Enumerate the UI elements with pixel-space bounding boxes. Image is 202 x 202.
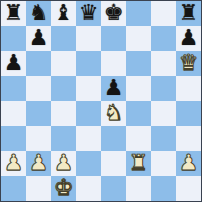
- square-d1[interactable]: [76, 176, 101, 201]
- square-a8[interactable]: ♜: [1, 1, 26, 26]
- square-h6[interactable]: ♛: [176, 51, 201, 76]
- square-a6[interactable]: ♟: [1, 51, 26, 76]
- square-f2[interactable]: ♜: [126, 151, 151, 176]
- square-c2[interactable]: ♟: [51, 151, 76, 176]
- square-h4[interactable]: [176, 101, 201, 126]
- square-e2[interactable]: [101, 151, 126, 176]
- square-b7[interactable]: ♟: [26, 26, 51, 51]
- square-h5[interactable]: [176, 76, 201, 101]
- square-f3[interactable]: [126, 126, 151, 151]
- square-g8[interactable]: [151, 1, 176, 26]
- square-f1[interactable]: [126, 176, 151, 201]
- square-g5[interactable]: [151, 76, 176, 101]
- piece-black-rook[interactable]: ♜: [179, 1, 199, 25]
- square-h3[interactable]: [176, 126, 201, 151]
- square-d8[interactable]: ♛: [76, 1, 101, 26]
- square-g6[interactable]: [151, 51, 176, 76]
- square-c7[interactable]: [51, 26, 76, 51]
- piece-black-pawn[interactable]: ♟: [104, 76, 124, 100]
- square-d4[interactable]: [76, 101, 101, 126]
- piece-black-pawn[interactable]: ♟: [4, 51, 24, 75]
- square-c8[interactable]: ♝: [51, 1, 76, 26]
- square-e6[interactable]: [101, 51, 126, 76]
- square-d2[interactable]: [76, 151, 101, 176]
- square-d7[interactable]: [76, 26, 101, 51]
- square-h2[interactable]: ♟: [176, 151, 201, 176]
- square-e4[interactable]: ♞: [101, 101, 126, 126]
- square-d6[interactable]: [76, 51, 101, 76]
- piece-black-knight[interactable]: ♞: [29, 1, 49, 25]
- square-f7[interactable]: [126, 26, 151, 51]
- square-d3[interactable]: [76, 126, 101, 151]
- square-f6[interactable]: [126, 51, 151, 76]
- chess-board: ♜♞♝♛♚♜♟♟♟♛♟♞♟♟♟♜♟♚: [1, 1, 201, 201]
- piece-white-king[interactable]: ♚: [54, 176, 74, 200]
- piece-black-king[interactable]: ♚: [104, 1, 124, 25]
- square-a4[interactable]: [1, 101, 26, 126]
- square-b4[interactable]: [26, 101, 51, 126]
- piece-white-queen[interactable]: ♛: [179, 51, 199, 75]
- square-b2[interactable]: ♟: [26, 151, 51, 176]
- piece-white-rook[interactable]: ♜: [129, 151, 149, 175]
- square-g3[interactable]: [151, 126, 176, 151]
- square-g2[interactable]: [151, 151, 176, 176]
- square-a1[interactable]: [1, 176, 26, 201]
- square-c1[interactable]: ♚: [51, 176, 76, 201]
- square-h7[interactable]: ♟: [176, 26, 201, 51]
- square-g4[interactable]: [151, 101, 176, 126]
- piece-white-pawn[interactable]: ♟: [179, 151, 199, 175]
- chess-board-frame: ♜♞♝♛♚♜♟♟♟♛♟♞♟♟♟♜♟♚: [0, 0, 202, 202]
- square-g7[interactable]: [151, 26, 176, 51]
- square-c4[interactable]: [51, 101, 76, 126]
- square-h1[interactable]: [176, 176, 201, 201]
- square-e1[interactable]: [101, 176, 126, 201]
- square-f5[interactable]: [126, 76, 151, 101]
- square-b6[interactable]: [26, 51, 51, 76]
- square-b5[interactable]: [26, 76, 51, 101]
- square-b1[interactable]: [26, 176, 51, 201]
- square-e3[interactable]: [101, 126, 126, 151]
- square-e7[interactable]: [101, 26, 126, 51]
- piece-black-pawn[interactable]: ♟: [179, 26, 199, 50]
- piece-black-rook[interactable]: ♜: [4, 1, 24, 25]
- square-e5[interactable]: ♟: [101, 76, 126, 101]
- piece-black-pawn[interactable]: ♟: [29, 26, 49, 50]
- square-d5[interactable]: [76, 76, 101, 101]
- square-h8[interactable]: ♜: [176, 1, 201, 26]
- piece-black-bishop[interactable]: ♝: [54, 1, 74, 25]
- piece-white-knight[interactable]: ♞: [104, 101, 124, 125]
- square-e8[interactable]: ♚: [101, 1, 126, 26]
- square-c6[interactable]: [51, 51, 76, 76]
- square-c3[interactable]: [51, 126, 76, 151]
- square-f4[interactable]: [126, 101, 151, 126]
- piece-black-queen[interactable]: ♛: [79, 1, 99, 25]
- square-b8[interactable]: ♞: [26, 1, 51, 26]
- piece-white-pawn[interactable]: ♟: [54, 151, 74, 175]
- square-b3[interactable]: [26, 126, 51, 151]
- square-c5[interactable]: [51, 76, 76, 101]
- piece-white-pawn[interactable]: ♟: [29, 151, 49, 175]
- square-a5[interactable]: [1, 76, 26, 101]
- square-g1[interactable]: [151, 176, 176, 201]
- square-f8[interactable]: [126, 1, 151, 26]
- piece-white-pawn[interactable]: ♟: [4, 151, 24, 175]
- square-a2[interactable]: ♟: [1, 151, 26, 176]
- square-a7[interactable]: [1, 26, 26, 51]
- square-a3[interactable]: [1, 126, 26, 151]
